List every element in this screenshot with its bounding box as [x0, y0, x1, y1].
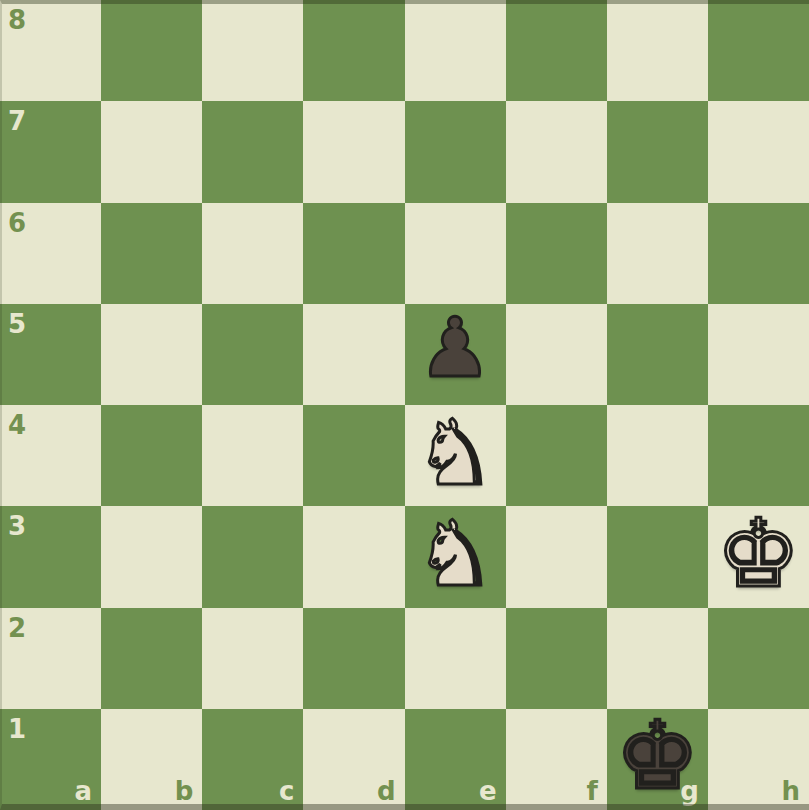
square-e6[interactable] — [405, 203, 506, 304]
square-a8[interactable]: 8 — [0, 0, 101, 101]
square-d3[interactable] — [303, 506, 404, 607]
rank-label-4: 4 — [8, 412, 26, 438]
square-f1[interactable]: f — [506, 709, 607, 810]
square-c2[interactable] — [202, 608, 303, 709]
square-a6[interactable]: 6 — [0, 203, 101, 304]
black-king[interactable]: ♚ — [615, 709, 699, 803]
square-a2[interactable]: 2 — [0, 608, 101, 709]
square-a4[interactable]: 4 — [0, 405, 101, 506]
rank-label-3: 3 — [8, 513, 26, 539]
square-c3[interactable] — [202, 506, 303, 607]
square-d6[interactable] — [303, 203, 404, 304]
square-g3[interactable] — [607, 506, 708, 607]
square-d2[interactable] — [303, 608, 404, 709]
rank-label-2: 2 — [8, 615, 26, 641]
square-f3[interactable] — [506, 506, 607, 607]
rank-label-5: 5 — [8, 311, 26, 337]
square-h8[interactable] — [708, 0, 809, 101]
square-d8[interactable] — [303, 0, 404, 101]
square-g8[interactable] — [607, 0, 708, 101]
rank-label-1: 1 — [8, 716, 26, 742]
square-b7[interactable] — [101, 101, 202, 202]
square-f6[interactable] — [506, 203, 607, 304]
file-label-e: e — [479, 778, 497, 804]
chess-board: 8765♟4♞3♞♚21abcdefg♚h — [0, 0, 809, 810]
square-e5[interactable]: ♟ — [405, 304, 506, 405]
file-label-h: h — [781, 778, 800, 804]
square-d7[interactable] — [303, 101, 404, 202]
square-h1[interactable]: h — [708, 709, 809, 810]
white-king[interactable]: ♚ — [716, 507, 800, 601]
square-h3[interactable]: ♚ — [708, 506, 809, 607]
square-c1[interactable]: c — [202, 709, 303, 810]
square-b4[interactable] — [101, 405, 202, 506]
file-label-c: c — [279, 778, 294, 804]
square-a7[interactable]: 7 — [0, 101, 101, 202]
square-a1[interactable]: 1a — [0, 709, 101, 810]
rank-label-6: 6 — [8, 210, 26, 236]
square-e8[interactable] — [405, 0, 506, 101]
square-e1[interactable]: e — [405, 709, 506, 810]
square-f4[interactable] — [506, 405, 607, 506]
square-d4[interactable] — [303, 405, 404, 506]
rank-label-8: 8 — [8, 7, 26, 33]
square-b5[interactable] — [101, 304, 202, 405]
chess-board-window: 8765♟4♞3♞♚21abcdefg♚h — [0, 0, 809, 810]
square-h5[interactable] — [708, 304, 809, 405]
square-e7[interactable] — [405, 101, 506, 202]
file-label-d: d — [377, 778, 396, 804]
file-label-a: a — [75, 778, 93, 804]
white-knight[interactable]: ♞ — [415, 509, 496, 599]
square-e2[interactable] — [405, 608, 506, 709]
square-b2[interactable] — [101, 608, 202, 709]
white-knight[interactable]: ♞ — [415, 408, 496, 498]
square-f8[interactable] — [506, 0, 607, 101]
square-c6[interactable] — [202, 203, 303, 304]
rank-label-7: 7 — [8, 108, 26, 134]
square-c4[interactable] — [202, 405, 303, 506]
square-f5[interactable] — [506, 304, 607, 405]
square-h4[interactable] — [708, 405, 809, 506]
square-a5[interactable]: 5 — [0, 304, 101, 405]
square-e4[interactable]: ♞ — [405, 405, 506, 506]
square-g6[interactable] — [607, 203, 708, 304]
square-f2[interactable] — [506, 608, 607, 709]
square-c7[interactable] — [202, 101, 303, 202]
square-b1[interactable]: b — [101, 709, 202, 810]
square-h6[interactable] — [708, 203, 809, 304]
square-b3[interactable] — [101, 506, 202, 607]
square-b6[interactable] — [101, 203, 202, 304]
square-g4[interactable] — [607, 405, 708, 506]
square-g7[interactable] — [607, 101, 708, 202]
square-c5[interactable] — [202, 304, 303, 405]
file-label-b: b — [175, 778, 194, 804]
square-d5[interactable] — [303, 304, 404, 405]
square-g5[interactable] — [607, 304, 708, 405]
black-pawn[interactable]: ♟ — [418, 307, 492, 389]
square-f7[interactable] — [506, 101, 607, 202]
square-a3[interactable]: 3 — [0, 506, 101, 607]
square-c8[interactable] — [202, 0, 303, 101]
file-label-f: f — [586, 778, 597, 804]
square-h2[interactable] — [708, 608, 809, 709]
square-h7[interactable] — [708, 101, 809, 202]
square-g2[interactable] — [607, 608, 708, 709]
square-g1[interactable]: g♚ — [607, 709, 708, 810]
square-e3[interactable]: ♞ — [405, 506, 506, 607]
square-d1[interactable]: d — [303, 709, 404, 810]
square-b8[interactable] — [101, 0, 202, 101]
